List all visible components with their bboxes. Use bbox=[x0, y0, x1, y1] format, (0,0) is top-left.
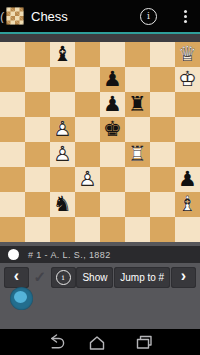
white-bishop: ♝♗ bbox=[178, 192, 197, 217]
square-h7[interactable]: ♚♔ bbox=[175, 67, 200, 92]
square-b7[interactable] bbox=[25, 67, 50, 92]
square-b6[interactable] bbox=[25, 92, 50, 117]
square-c6[interactable] bbox=[50, 92, 75, 117]
white-rook: ♜♖ bbox=[128, 142, 147, 167]
square-c7[interactable] bbox=[50, 67, 75, 92]
square-f6[interactable]: ♜ bbox=[125, 92, 150, 117]
white-queen: ♛♕ bbox=[178, 42, 197, 67]
action-bar: ( Chess i bbox=[0, 0, 200, 32]
square-a2[interactable] bbox=[0, 192, 25, 217]
black-pawn: ♟︎ bbox=[103, 67, 122, 92]
square-d8[interactable] bbox=[75, 42, 100, 67]
square-a3[interactable] bbox=[0, 167, 25, 192]
black-knight: ♞ bbox=[53, 192, 72, 217]
square-g7[interactable] bbox=[150, 67, 175, 92]
previous-problem-button[interactable]: ‹ bbox=[4, 267, 29, 288]
square-f5[interactable] bbox=[125, 117, 150, 142]
chevron-right-icon: › bbox=[181, 267, 186, 285]
square-b2[interactable] bbox=[25, 192, 50, 217]
square-g3[interactable] bbox=[150, 167, 175, 192]
square-e1[interactable] bbox=[100, 217, 125, 242]
square-e6[interactable]: ♟︎ bbox=[100, 92, 125, 117]
info-circle-icon: i bbox=[56, 270, 71, 285]
white-pawn: ♟︎♙ bbox=[53, 117, 72, 142]
white-to-move-indicator bbox=[8, 249, 19, 260]
square-c2[interactable]: ♞ bbox=[50, 192, 75, 217]
square-d6[interactable] bbox=[75, 92, 100, 117]
square-b3[interactable] bbox=[25, 167, 50, 192]
app-title: Chess bbox=[31, 9, 140, 24]
square-f4[interactable]: ♜♖ bbox=[125, 142, 150, 167]
square-h3[interactable]: ♟︎ bbox=[175, 167, 200, 192]
square-f2[interactable] bbox=[125, 192, 150, 217]
square-c4[interactable]: ♟︎♙ bbox=[50, 142, 75, 167]
square-h5[interactable] bbox=[175, 117, 200, 142]
overflow-menu-icon[interactable] bbox=[184, 15, 187, 18]
square-a1[interactable] bbox=[0, 217, 25, 242]
black-rook: ♜ bbox=[128, 92, 147, 117]
black-pawn: ♟︎ bbox=[178, 167, 197, 192]
square-b1[interactable] bbox=[25, 217, 50, 242]
square-g2[interactable] bbox=[150, 192, 175, 217]
square-b5[interactable] bbox=[25, 117, 50, 142]
square-e3[interactable] bbox=[100, 167, 125, 192]
square-c5[interactable]: ♟︎♙ bbox=[50, 117, 75, 142]
square-c8[interactable]: ♝ bbox=[50, 42, 75, 67]
chat-bubble-glyph bbox=[14, 291, 27, 303]
square-h8[interactable]: ♛♕ bbox=[175, 42, 200, 67]
square-e7[interactable]: ♟︎ bbox=[100, 67, 125, 92]
square-a8[interactable] bbox=[0, 42, 25, 67]
square-f1[interactable] bbox=[125, 217, 150, 242]
square-f8[interactable] bbox=[125, 42, 150, 67]
square-c3[interactable] bbox=[50, 167, 75, 192]
black-bishop: ♝ bbox=[53, 42, 72, 67]
floating-chat-bubble[interactable] bbox=[10, 287, 33, 310]
white-pawn: ♟︎♙ bbox=[78, 167, 97, 192]
next-problem-button[interactable]: › bbox=[171, 267, 196, 288]
square-e5[interactable]: ♚ bbox=[100, 117, 125, 142]
square-d1[interactable] bbox=[75, 217, 100, 242]
android-nav-bar bbox=[0, 329, 200, 355]
solved-check-icon[interactable]: ✓ bbox=[30, 268, 50, 286]
white-king: ♚♔ bbox=[178, 67, 197, 92]
problem-label: # 1 - A. L. S., 1882 bbox=[28, 250, 111, 260]
black-pawn: ♟︎ bbox=[103, 92, 122, 117]
square-d7[interactable] bbox=[75, 67, 100, 92]
square-d2[interactable] bbox=[75, 192, 100, 217]
problem-info-button[interactable]: i bbox=[51, 267, 76, 288]
square-a6[interactable] bbox=[0, 92, 25, 117]
square-f7[interactable] bbox=[125, 67, 150, 92]
square-e2[interactable] bbox=[100, 192, 125, 217]
square-g6[interactable] bbox=[150, 92, 175, 117]
chevron-left-icon: ‹ bbox=[14, 267, 19, 285]
square-d4[interactable] bbox=[75, 142, 100, 167]
square-g8[interactable] bbox=[150, 42, 175, 67]
square-d5[interactable] bbox=[75, 117, 100, 142]
square-c1[interactable] bbox=[50, 217, 75, 242]
square-e4[interactable] bbox=[100, 142, 125, 167]
chess-board: ♝♛♕♟︎♚♔♟︎♜♟︎♙♚♟︎♙♜♖♟︎♙♟︎♞♝♗ bbox=[0, 42, 200, 242]
square-g4[interactable] bbox=[150, 142, 175, 167]
app-window: ( Chess i ♝♛♕♟︎♚♔♟︎♜♟︎♙♚♟︎♙♜♖♟︎♙♟︎♞♝♗ # … bbox=[0, 0, 200, 355]
square-b8[interactable] bbox=[25, 42, 50, 67]
controls-row: ‹ ✓ i Show Jump to # › bbox=[0, 266, 200, 288]
square-g5[interactable] bbox=[150, 117, 175, 142]
recents-icon[interactable] bbox=[134, 333, 154, 352]
problem-info-bar: # 1 - A. L. S., 1882 bbox=[0, 246, 200, 263]
white-pawn: ♟︎♙ bbox=[53, 142, 72, 167]
square-f3[interactable] bbox=[125, 167, 150, 192]
show-solution-button[interactable]: Show bbox=[76, 267, 113, 288]
square-h2[interactable]: ♝♗ bbox=[175, 192, 200, 217]
app-icon bbox=[6, 7, 24, 25]
square-a4[interactable] bbox=[0, 142, 25, 167]
black-king: ♚ bbox=[103, 117, 122, 142]
square-h6[interactable] bbox=[175, 92, 200, 117]
square-a7[interactable] bbox=[0, 67, 25, 92]
square-e8[interactable] bbox=[100, 42, 125, 67]
jump-to-number-button[interactable]: Jump to # bbox=[114, 267, 170, 288]
square-d3[interactable]: ♟︎♙ bbox=[75, 167, 100, 192]
board-top-gap bbox=[0, 34, 200, 42]
square-h1[interactable] bbox=[175, 217, 200, 242]
square-h4[interactable] bbox=[175, 142, 200, 167]
square-b4[interactable] bbox=[25, 142, 50, 167]
home-icon[interactable] bbox=[87, 333, 107, 352]
info-icon[interactable]: i bbox=[140, 8, 157, 25]
square-a5[interactable] bbox=[0, 117, 25, 142]
square-g1[interactable] bbox=[150, 217, 175, 242]
back-icon[interactable] bbox=[46, 333, 66, 352]
